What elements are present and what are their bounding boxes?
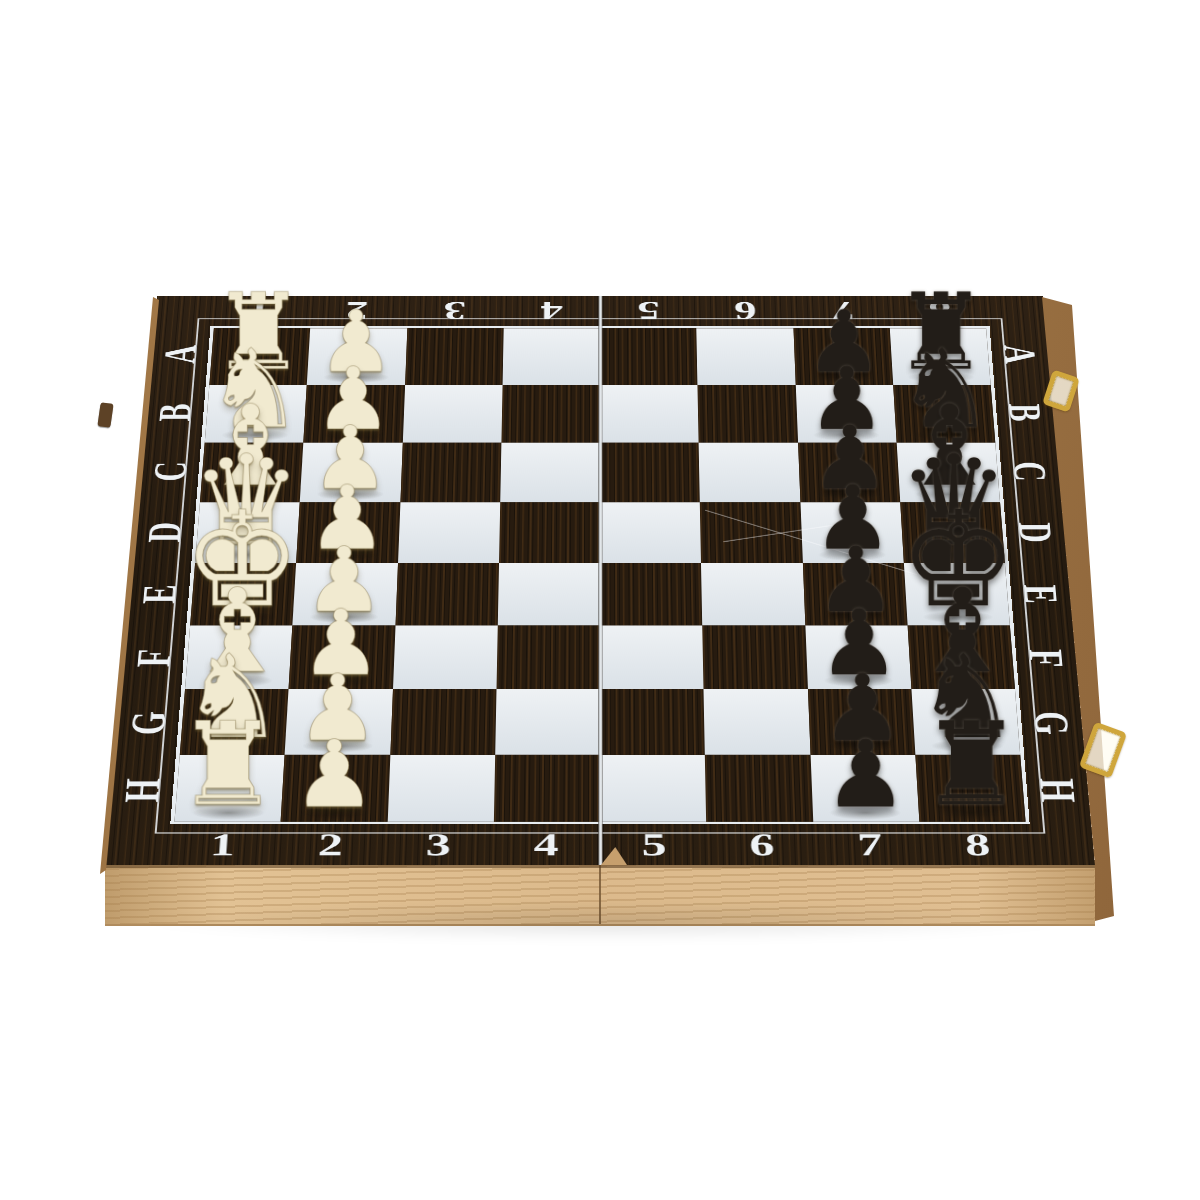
- square-h3: [387, 755, 495, 822]
- square-c3: [400, 443, 501, 502]
- square-f6: [702, 625, 807, 689]
- square-h5: [600, 755, 706, 822]
- piece-black-rook: ♜: [921, 710, 1024, 819]
- square-d3: [398, 502, 500, 563]
- board-shadow: [130, 902, 1080, 942]
- square-e3: [395, 563, 499, 625]
- square-b5: [600, 385, 699, 443]
- square-a5: [600, 328, 698, 385]
- square-f5: [600, 625, 704, 689]
- rank-label: 6: [697, 296, 795, 326]
- square-b6: [698, 385, 798, 443]
- piece-black-pawn: ♟: [824, 730, 908, 819]
- product-photo: 12345678 12345678 ABCDEFGH ABCDEFGH ♜♟♟♜…: [0, 0, 1200, 1200]
- square-d4: [499, 502, 600, 563]
- scene: 12345678 12345678 ABCDEFGH ABCDEFGH ♜♟♟♜…: [0, 0, 1200, 1200]
- square-b4: [501, 385, 600, 443]
- square-h6: [705, 755, 813, 822]
- square-h7: ♟: [810, 755, 919, 822]
- square-f3: [393, 625, 498, 689]
- square-b3: [402, 385, 502, 443]
- square-g4: [495, 689, 600, 754]
- square-g5: [600, 689, 705, 754]
- rank-label: 5: [600, 296, 697, 326]
- square-g6: [704, 689, 810, 754]
- square-c4: [500, 443, 600, 502]
- square-a4: [502, 328, 600, 385]
- square-e4: [498, 563, 600, 625]
- chess-board: 12345678 12345678 ABCDEFGH ABCDEFGH ♜♟♟♜…: [105, 296, 1095, 865]
- square-c5: [600, 443, 700, 502]
- square-h2: ♟: [281, 755, 390, 822]
- piece-white-rook: ♜: [176, 710, 279, 819]
- square-a3: [405, 328, 504, 385]
- rank-label: 3: [405, 296, 503, 326]
- square-c6: [699, 443, 800, 502]
- hinge-icon: [97, 402, 113, 428]
- piece-white-pawn: ♟: [292, 730, 376, 819]
- square-h4: [494, 755, 600, 822]
- square-d5: [600, 502, 701, 563]
- square-e5: [600, 563, 702, 625]
- rank-label: 4: [503, 296, 600, 326]
- square-h1: ♜: [174, 755, 284, 822]
- square-f4: [496, 625, 600, 689]
- square-a6: [697, 328, 796, 385]
- square-h8: ♜: [915, 755, 1025, 822]
- square-g3: [390, 689, 496, 754]
- square-e6: [701, 563, 805, 625]
